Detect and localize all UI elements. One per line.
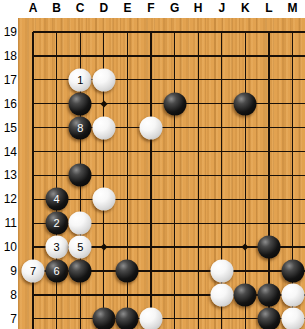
white-stone-a9-move-7[interactable]: 7 [22, 260, 45, 283]
white-stone-m8[interactable] [281, 283, 304, 306]
column-label-M: M [283, 0, 303, 18]
grid-line-vertical-F [150, 32, 151, 329]
black-stone-c9[interactable] [69, 260, 92, 283]
white-stone-d12[interactable] [92, 188, 115, 211]
column-label-D: D [94, 0, 114, 18]
row-label-11: 11 [0, 215, 17, 231]
move-number-label: 6 [54, 266, 60, 277]
grid-line-vertical-B [56, 32, 57, 329]
row-label-12: 12 [0, 191, 17, 207]
column-label-G: G [165, 0, 185, 18]
column-label-H: H [188, 0, 208, 18]
black-stone-m9[interactable] [281, 260, 304, 283]
column-label-F: F [141, 0, 161, 18]
black-stone-l8[interactable] [258, 283, 281, 306]
black-stone-b11-move-2[interactable]: 2 [45, 212, 68, 235]
white-stone-c10-move-5[interactable]: 5 [69, 236, 92, 259]
column-label-J: J [212, 0, 232, 18]
move-number-label: 7 [30, 266, 36, 277]
row-label-13: 13 [0, 167, 17, 183]
white-stone-j8[interactable] [210, 283, 233, 306]
black-stone-c16[interactable] [69, 92, 92, 115]
row-label-16: 16 [0, 96, 17, 112]
grid-line-vertical-E [127, 32, 128, 329]
move-number-label: 4 [54, 194, 60, 205]
grid-line-vertical-H [198, 32, 199, 329]
board-wood-background [18, 18, 305, 329]
column-label-E: E [117, 0, 137, 18]
white-stone-f15[interactable] [140, 116, 163, 139]
white-stone-d17[interactable] [92, 68, 115, 91]
row-label-10: 10 [0, 239, 17, 255]
white-stone-f7[interactable] [140, 307, 163, 329]
column-label-L: L [259, 0, 279, 18]
white-stone-j9[interactable] [210, 260, 233, 283]
black-stone-b12-move-4[interactable]: 4 [45, 188, 68, 211]
move-number-label: 8 [77, 122, 83, 133]
grid-line-vertical-A [32, 32, 33, 329]
column-label-K: K [235, 0, 255, 18]
black-stone-g16[interactable] [163, 92, 186, 115]
white-stone-d15[interactable] [92, 116, 115, 139]
move-number-label: 3 [54, 242, 60, 253]
column-label-A: A [23, 0, 43, 18]
column-label-C: C [70, 0, 90, 18]
row-label-15: 15 [0, 120, 17, 136]
black-stone-d7[interactable] [92, 307, 115, 329]
column-label-B: B [47, 0, 67, 18]
white-stone-m7[interactable] [281, 307, 304, 329]
black-stone-c15-move-8[interactable]: 8 [69, 116, 92, 139]
black-stone-e7[interactable] [116, 307, 139, 329]
grid-line-horizontal-18 [33, 55, 305, 56]
move-number-label: 5 [77, 242, 83, 253]
white-stone-c17-move-1[interactable]: 1 [69, 68, 92, 91]
row-label-18: 18 [0, 48, 17, 64]
white-stone-b10-move-3[interactable]: 3 [45, 236, 68, 259]
black-stone-k16[interactable] [234, 92, 257, 115]
row-label-8: 8 [0, 287, 17, 303]
row-label-14: 14 [0, 144, 17, 160]
grid-line-horizontal-12 [33, 199, 305, 200]
white-stone-c11[interactable] [69, 212, 92, 235]
grid-line-horizontal-14 [33, 151, 305, 152]
go-diagram: 84261357 ABCDEFGHJKLM1918171615141312111… [0, 0, 305, 329]
black-stone-l10[interactable] [258, 236, 281, 259]
row-label-7: 7 [0, 311, 17, 327]
black-stone-c13[interactable] [69, 164, 92, 187]
move-number-label: 2 [54, 218, 60, 229]
row-label-17: 17 [0, 72, 17, 88]
grid-line-vertical-G [174, 32, 175, 329]
black-stone-l7[interactable] [258, 307, 281, 329]
grid-line-horizontal-19 [33, 31, 305, 32]
row-label-19: 19 [0, 24, 17, 40]
black-stone-b9-move-6[interactable]: 6 [45, 260, 68, 283]
move-number-label: 1 [77, 74, 83, 85]
row-label-9: 9 [0, 263, 17, 279]
black-stone-k8[interactable] [234, 283, 257, 306]
black-stone-e9[interactable] [116, 260, 139, 283]
